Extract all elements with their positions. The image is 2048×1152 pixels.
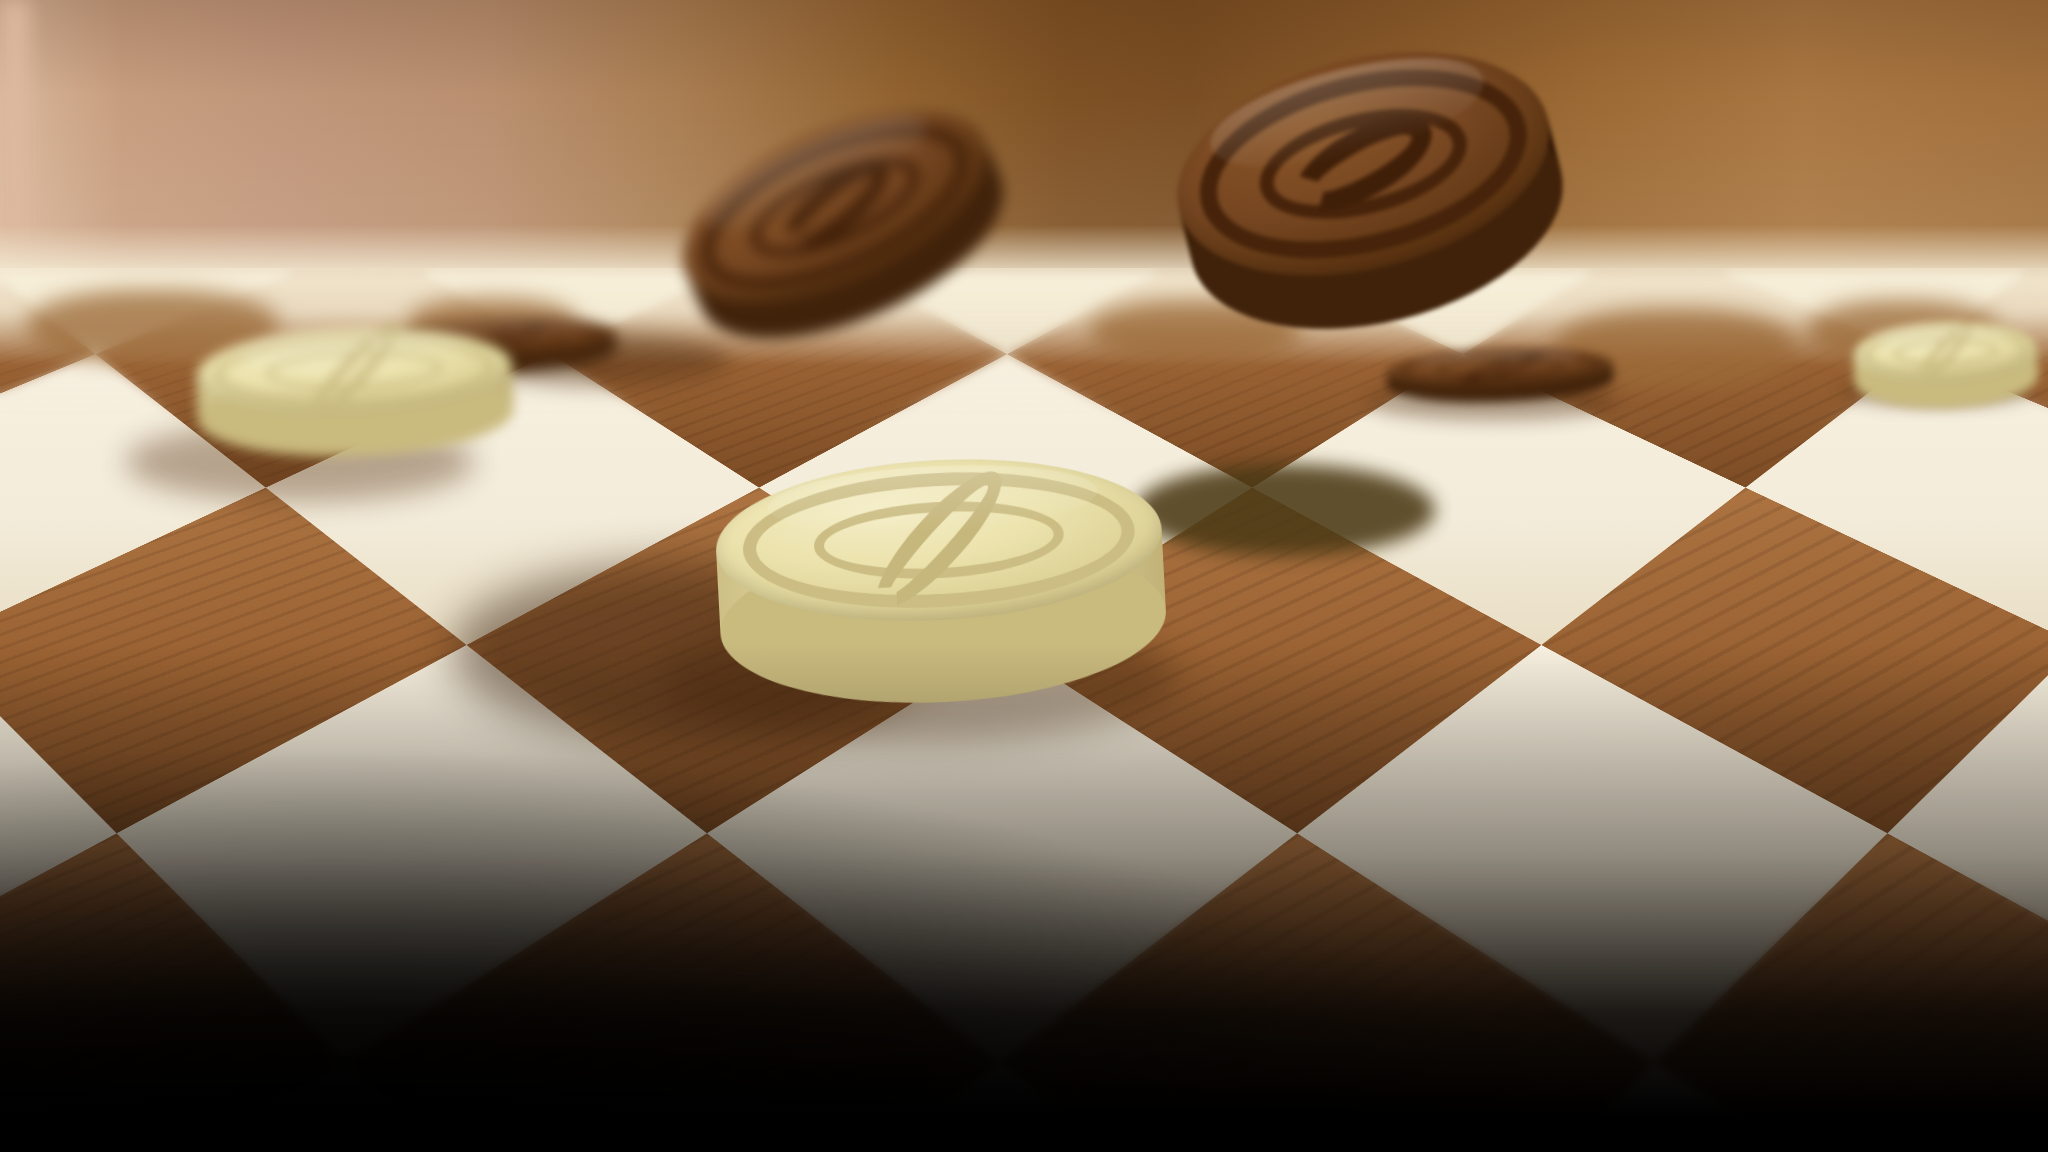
checker-light-left[interactable]: ⛀ [195,323,515,462]
piece-shadow-cast-falling-right [1135,464,1435,556]
checker-light-far-right[interactable]: ⛀ [1853,319,2040,411]
checker-dark-flat-right[interactable]: ⛂ [1386,344,1614,406]
scene: ⛀⛂⛂⛀⛂⛂⛀ [0,0,2048,1152]
checker-light-foreground[interactable]: ⛀ [712,448,1170,713]
window-light-strip [0,0,30,240]
